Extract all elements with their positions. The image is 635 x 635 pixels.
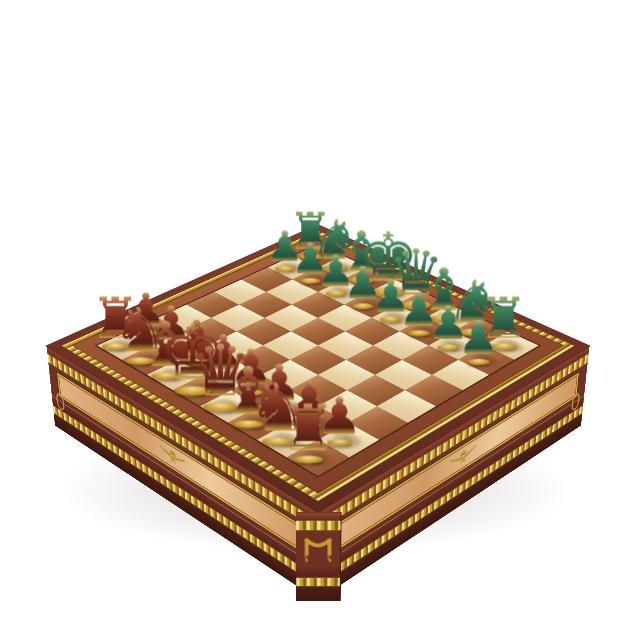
square-g5[interactable] [374, 359, 431, 389]
gilt-piece-base [466, 358, 489, 364]
gilt-piece-base [292, 455, 322, 463]
piece-green-pawn[interactable]: ♟ [447, 315, 508, 364]
pawn-glyph: ♟ [456, 315, 498, 360]
rook-glyph: ♜ [279, 397, 336, 457]
piece-red-rook[interactable]: ♜ [274, 397, 342, 463]
chess-case: ♜♞♝♚♛♝♞♜♟♟♟♟♟♟♟♟♟♟♟♟♟♟♟♟♜♞♝♚♛♝♞♜ [46, 224, 589, 511]
product-photo: ♜♞♝♚♛♝♞♜♟♟♟♟♟♟♟♟♟♟♟♟♟♟♟♟♜♞♝♚♛♝♞♜ [0, 0, 635, 635]
